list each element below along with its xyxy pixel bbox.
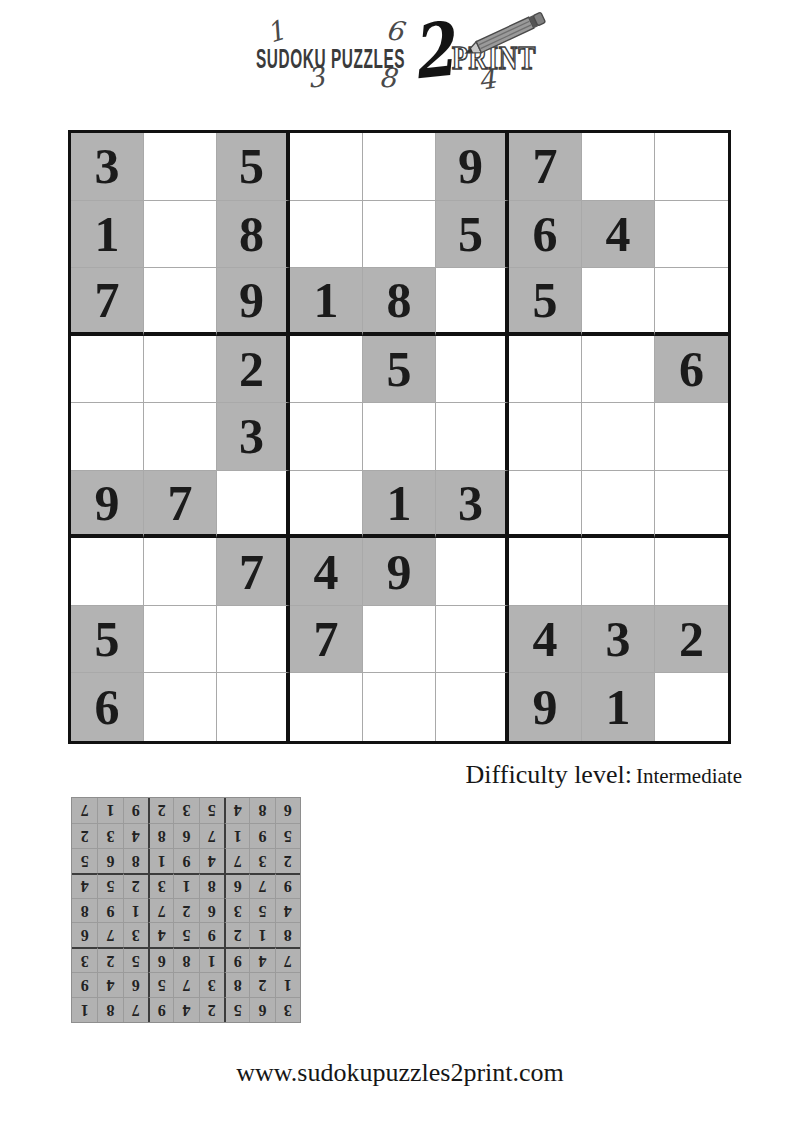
solution-cell-r9c7: 9	[123, 798, 148, 823]
cell-r2c1: 1	[71, 201, 144, 269]
solution-cell-r5c2: 5	[249, 898, 274, 923]
solution-cell-r9c2: 8	[249, 798, 274, 823]
solution-cell-r8c2: 9	[249, 823, 274, 848]
cell-r4c9: 6	[655, 336, 728, 404]
cell-r5c9[interactable]	[655, 403, 728, 471]
solution-cell-r5c1: 4	[275, 898, 300, 923]
solution-cell-r4c9: 6	[72, 922, 97, 947]
solution-cell-r3c8: 2	[97, 947, 122, 972]
solution-cell-r3c9: 3	[72, 947, 97, 972]
cell-r4c7[interactable]	[509, 336, 582, 404]
cell-r7c1[interactable]	[71, 538, 144, 606]
solution-cell-r3c7: 5	[123, 947, 148, 972]
cell-r6c7[interactable]	[509, 471, 582, 539]
solution-cell-r3c4: 1	[199, 947, 224, 972]
cell-r8c2[interactable]	[144, 606, 217, 674]
cell-r2c2[interactable]	[144, 201, 217, 269]
solution-cell-r6c3: 6	[224, 873, 249, 898]
solution-cell-r7c6: 1	[148, 848, 173, 873]
cell-r9c6[interactable]	[436, 673, 509, 741]
logo: 1 3 6 8 4 SUDOKU PUZZLES 2 PRINT	[250, 10, 560, 106]
solution-cell-r2c4: 3	[199, 972, 224, 997]
cell-r8c8: 3	[582, 606, 655, 674]
solution-cell-r3c5: 8	[173, 947, 198, 972]
cell-r9c9[interactable]	[655, 673, 728, 741]
solution-cell-r9c1: 6	[275, 798, 300, 823]
solution-cell-r5c3: 3	[224, 898, 249, 923]
solution-cell-r2c8: 4	[97, 972, 122, 997]
cell-r4c2[interactable]	[144, 336, 217, 404]
solution-cell-r2c2: 2	[249, 972, 274, 997]
solution-cell-r6c2: 7	[249, 873, 274, 898]
solution-cell-r9c5: 3	[173, 798, 198, 823]
solution-cell-r1c1: 3	[275, 997, 300, 1022]
solution-cell-r8c3: 1	[224, 823, 249, 848]
solution-cell-r2c9: 9	[72, 972, 97, 997]
solution-cell-r2c6: 5	[148, 972, 173, 997]
solution-cell-r9c6: 2	[148, 798, 173, 823]
logo-scatter-digit-1: 1	[263, 16, 288, 47]
solution-cell-r1c8: 8	[97, 997, 122, 1022]
cell-r2c5[interactable]	[363, 201, 436, 269]
solution-cell-r9c4: 5	[199, 798, 224, 823]
website-url: www.sudokupuzzles2print.com	[0, 1058, 800, 1088]
solution-grid-upside-down: 3652497811283756497491865238129543764536…	[71, 797, 301, 1023]
cell-r1c7: 7	[509, 133, 582, 201]
cell-r6c2: 7	[144, 471, 217, 539]
solution-cell-r4c7: 3	[123, 922, 148, 947]
solution-cell-r6c9: 4	[72, 873, 97, 898]
difficulty-label: Difficulty level:	[466, 760, 632, 789]
solution-cell-r8c7: 4	[123, 823, 148, 848]
solution-cell-r4c3: 2	[224, 922, 249, 947]
cell-r6c3[interactable]	[217, 471, 290, 539]
solution-cell-r1c2: 6	[249, 997, 274, 1022]
solution-cell-r1c4: 2	[199, 997, 224, 1022]
cell-r4c3: 2	[217, 336, 290, 404]
solution-cell-r8c5: 6	[173, 823, 198, 848]
cell-r3c8[interactable]	[582, 268, 655, 336]
solution-cell-r6c1: 9	[275, 873, 300, 898]
solution-cell-r5c6: 7	[148, 898, 173, 923]
cell-r1c8[interactable]	[582, 133, 655, 201]
cell-r7c7[interactable]	[509, 538, 582, 606]
cell-r5c2[interactable]	[144, 403, 217, 471]
cell-r6c9[interactable]	[655, 471, 728, 539]
cell-r5c5[interactable]	[363, 403, 436, 471]
logo-text-sudoku-puzzles: SUDOKU PUZZLES	[256, 46, 405, 73]
cell-r7c4: 4	[290, 538, 363, 606]
solution-cell-r2c5: 7	[173, 972, 198, 997]
cell-r3c7: 5	[509, 268, 582, 336]
cell-r4c6[interactable]	[436, 336, 509, 404]
solution-cell-r6c8: 5	[97, 873, 122, 898]
cell-r9c2[interactable]	[144, 673, 217, 741]
cell-r2c4[interactable]	[290, 201, 363, 269]
solution-cell-r3c6: 6	[148, 947, 173, 972]
solution-cell-r1c6: 9	[148, 997, 173, 1022]
solution-cell-r9c9: 7	[72, 798, 97, 823]
cell-r9c5[interactable]	[363, 673, 436, 741]
pencil-icon	[463, 10, 547, 58]
solution-cell-r4c6: 4	[148, 922, 173, 947]
solution-cell-r8c1: 5	[275, 823, 300, 848]
cell-r7c2[interactable]	[144, 538, 217, 606]
printable-sudoku-page: 1 3 6 8 4 SUDOKU PUZZLES 2 PRINT 3597185…	[0, 0, 800, 1131]
cell-r5c4[interactable]	[290, 403, 363, 471]
solution-cell-r6c7: 2	[123, 873, 148, 898]
solution-cell-r7c3: 7	[224, 848, 249, 873]
cell-r4c1[interactable]	[71, 336, 144, 404]
logo-text-2: 2	[408, 12, 457, 90]
solution-cell-r9c8: 1	[97, 798, 122, 823]
solution-cell-r8c4: 7	[199, 823, 224, 848]
cell-r5c3: 3	[217, 403, 290, 471]
cell-r1c6: 9	[436, 133, 509, 201]
cell-r3c1: 7	[71, 268, 144, 336]
solution-cell-r4c5: 5	[173, 922, 198, 947]
cell-r3c5: 8	[363, 268, 436, 336]
solution-cell-r5c5: 2	[173, 898, 198, 923]
cell-r9c7: 9	[509, 673, 582, 741]
solution-cell-r2c1: 1	[275, 972, 300, 997]
cell-r7c5: 9	[363, 538, 436, 606]
solution-cell-r4c1: 8	[275, 922, 300, 947]
cell-r1c5[interactable]	[363, 133, 436, 201]
solution-cell-r7c2: 3	[249, 848, 274, 873]
cell-r2c7: 6	[509, 201, 582, 269]
cell-r8c6[interactable]	[436, 606, 509, 674]
solution-cell-r4c2: 1	[249, 922, 274, 947]
cell-r8c1: 5	[71, 606, 144, 674]
cell-r7c6[interactable]	[436, 538, 509, 606]
solution-cell-r5c7: 1	[123, 898, 148, 923]
cell-r9c1: 6	[71, 673, 144, 741]
difficulty-line: Difficulty level: Intermediate	[0, 760, 742, 790]
solution-cell-r7c9: 5	[72, 848, 97, 873]
solution-cell-r7c4: 4	[199, 848, 224, 873]
cell-r6c6: 3	[436, 471, 509, 539]
cell-r8c7: 4	[509, 606, 582, 674]
solution-cell-r6c6: 3	[148, 873, 173, 898]
cell-r9c4[interactable]	[290, 673, 363, 741]
cell-r6c1: 9	[71, 471, 144, 539]
solution-cell-r7c1: 2	[275, 848, 300, 873]
logo-scatter-digit-6: 6	[384, 16, 405, 45]
cell-r3c6[interactable]	[436, 268, 509, 336]
solution-cell-r3c2: 4	[249, 947, 274, 972]
cell-r5c7[interactable]	[509, 403, 582, 471]
solution-cell-r1c9: 1	[72, 997, 97, 1022]
solution-cell-r1c3: 5	[224, 997, 249, 1022]
solution-cell-r3c1: 7	[275, 947, 300, 972]
cell-r7c9[interactable]	[655, 538, 728, 606]
solution-cell-r2c7: 6	[123, 972, 148, 997]
solution-cell-r1c7: 7	[123, 997, 148, 1022]
solution-cell-r3c3: 9	[224, 947, 249, 972]
difficulty-value: Intermediate	[636, 764, 742, 788]
cell-r4c8[interactable]	[582, 336, 655, 404]
solution-cell-r8c6: 8	[148, 823, 173, 848]
cell-r2c3: 8	[217, 201, 290, 269]
cell-r5c8[interactable]	[582, 403, 655, 471]
cell-r1c9[interactable]	[655, 133, 728, 201]
cell-r1c3: 5	[217, 133, 290, 201]
solution-cell-r4c4: 9	[199, 922, 224, 947]
solution-cell-r5c9: 8	[72, 898, 97, 923]
cell-r8c5[interactable]	[363, 606, 436, 674]
cell-r4c4[interactable]	[290, 336, 363, 404]
solution-cell-r6c4: 8	[199, 873, 224, 898]
cell-r6c8[interactable]	[582, 471, 655, 539]
cell-r7c3: 7	[217, 538, 290, 606]
cell-r5c1[interactable]	[71, 403, 144, 471]
cell-r7c8[interactable]	[582, 538, 655, 606]
solution-cell-r6c5: 1	[173, 873, 198, 898]
cell-r1c4[interactable]	[290, 133, 363, 201]
solution-cell-r9c3: 4	[224, 798, 249, 823]
solution-cell-r8c8: 3	[97, 823, 122, 848]
cell-r3c9[interactable]	[655, 268, 728, 336]
solution-cell-r4c8: 7	[97, 922, 122, 947]
cell-r6c4[interactable]	[290, 471, 363, 539]
solution-cell-r7c5: 9	[173, 848, 198, 873]
solution-cell-r2c3: 8	[224, 972, 249, 997]
cell-r2c6: 5	[436, 201, 509, 269]
cell-r2c8: 4	[582, 201, 655, 269]
solution-cell-r7c7: 8	[123, 848, 148, 873]
cell-r3c2[interactable]	[144, 268, 217, 336]
solution-cell-r5c8: 9	[97, 898, 122, 923]
cell-r1c2[interactable]	[144, 133, 217, 201]
sudoku-grid: 359718564791852563971374957432691	[68, 130, 731, 744]
cell-r5c6[interactable]	[436, 403, 509, 471]
cell-r8c9: 2	[655, 606, 728, 674]
cell-r3c4: 1	[290, 268, 363, 336]
solution-cell-r5c4: 6	[199, 898, 224, 923]
cell-r2c9[interactable]	[655, 201, 728, 269]
solution-cell-r8c9: 2	[72, 823, 97, 848]
solution-cell-r7c8: 6	[97, 848, 122, 873]
cell-r3c3: 9	[217, 268, 290, 336]
cell-r8c3[interactable]	[217, 606, 290, 674]
solution-cell-r1c5: 4	[173, 997, 198, 1022]
cell-r8c4: 7	[290, 606, 363, 674]
cell-r9c8: 1	[582, 673, 655, 741]
cell-r9c3[interactable]	[217, 673, 290, 741]
cell-r6c5: 1	[363, 471, 436, 539]
cell-r4c5: 5	[363, 336, 436, 404]
cell-r1c1: 3	[71, 133, 144, 201]
